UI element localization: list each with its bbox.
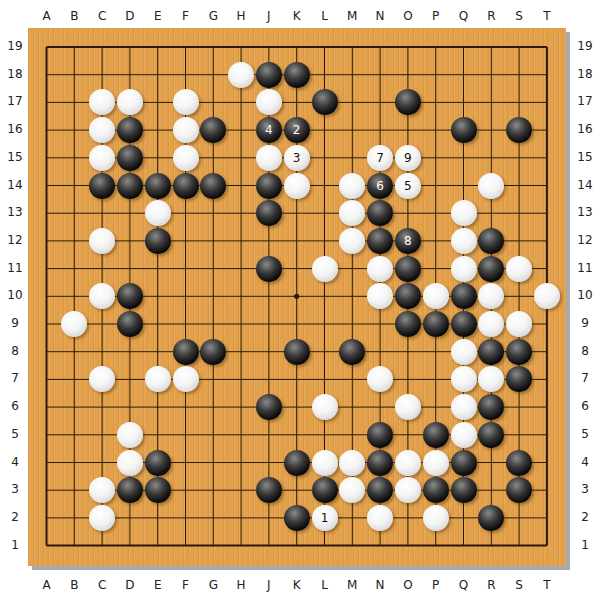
column-label-top: K — [285, 9, 309, 24]
stone-white[interactable] — [228, 62, 254, 88]
stone-white[interactable] — [173, 117, 199, 143]
stone-black[interactable] — [117, 311, 143, 337]
stone-black[interactable] — [506, 450, 532, 476]
stone-black[interactable] — [451, 450, 477, 476]
stone-white[interactable] — [451, 366, 477, 392]
row-label-right: 7 — [573, 371, 597, 386]
stone-white[interactable]: 5 — [395, 173, 421, 199]
column-label-bottom: R — [479, 578, 503, 593]
stone-black[interactable] — [145, 173, 171, 199]
column-label-top: R — [479, 9, 503, 24]
move-number: 7 — [367, 145, 393, 171]
row-label-left: 8 — [3, 344, 27, 359]
stone-white[interactable] — [506, 256, 532, 282]
stone-black[interactable] — [89, 173, 115, 199]
row-label-right: 10 — [573, 288, 597, 303]
column-label-bottom: S — [507, 578, 531, 593]
stone-black[interactable] — [256, 394, 282, 420]
stone-white[interactable] — [395, 477, 421, 503]
column-label-bottom: G — [201, 578, 225, 593]
row-label-right: 19 — [573, 39, 597, 54]
stone-black[interactable] — [312, 477, 338, 503]
stone-black[interactable] — [451, 311, 477, 337]
move-number: 4 — [256, 117, 282, 143]
stone-white[interactable] — [284, 173, 310, 199]
row-label-left: 14 — [3, 178, 27, 193]
column-label-top: F — [174, 9, 198, 24]
stone-white[interactable] — [117, 450, 143, 476]
stone-black[interactable] — [478, 422, 504, 448]
column-label-top: Q — [452, 9, 476, 24]
row-label-left: 19 — [3, 39, 27, 54]
stone-black[interactable] — [256, 256, 282, 282]
stone-black[interactable] — [367, 422, 393, 448]
stone-black[interactable] — [117, 477, 143, 503]
column-label-top: N — [368, 9, 392, 24]
row-label-left: 10 — [3, 288, 27, 303]
column-label-bottom: K — [285, 578, 309, 593]
row-label-left: 13 — [3, 205, 27, 220]
column-label-top: G — [201, 9, 225, 24]
row-label-right: 15 — [573, 150, 597, 165]
stone-black[interactable] — [117, 283, 143, 309]
row-label-right: 12 — [573, 233, 597, 248]
column-label-bottom: J — [257, 578, 281, 593]
row-label-right: 13 — [573, 205, 597, 220]
row-label-left: 6 — [3, 399, 27, 414]
move-number: 5 — [395, 173, 421, 199]
stone-white[interactable] — [451, 256, 477, 282]
stone-black[interactable] — [145, 228, 171, 254]
row-label-right: 2 — [573, 510, 597, 525]
column-label-bottom: N — [368, 578, 392, 593]
stone-white[interactable] — [312, 394, 338, 420]
stone-black[interactable] — [478, 339, 504, 365]
stone-black[interactable] — [506, 117, 532, 143]
stone-black[interactable] — [451, 477, 477, 503]
move-number: 3 — [284, 145, 310, 171]
stone-black[interactable]: 8 — [395, 228, 421, 254]
stone-black[interactable] — [506, 339, 532, 365]
stone-white[interactable] — [423, 505, 449, 531]
stone-white[interactable] — [367, 505, 393, 531]
move-number: 1 — [312, 505, 338, 531]
stone-black[interactable] — [284, 62, 310, 88]
row-label-right: 4 — [573, 455, 597, 470]
row-label-left: 2 — [3, 510, 27, 525]
column-label-bottom: T — [535, 578, 559, 593]
row-label-left: 3 — [3, 482, 27, 497]
stone-black[interactable] — [173, 339, 199, 365]
stone-white[interactable] — [451, 339, 477, 365]
row-label-right: 6 — [573, 399, 597, 414]
move-number: 6 — [367, 173, 393, 199]
column-label-top: P — [424, 9, 448, 24]
row-label-left: 11 — [3, 261, 27, 276]
column-label-top: O — [396, 9, 420, 24]
stone-white[interactable] — [173, 89, 199, 115]
row-label-right: 11 — [573, 261, 597, 276]
stone-black[interactable] — [478, 228, 504, 254]
stone-black[interactable]: 4 — [256, 117, 282, 143]
column-label-bottom: Q — [452, 578, 476, 593]
stone-white[interactable] — [173, 366, 199, 392]
stone-white[interactable]: 1 — [312, 505, 338, 531]
stone-white[interactable] — [395, 450, 421, 476]
stone-black[interactable] — [284, 339, 310, 365]
stone-white[interactable] — [89, 505, 115, 531]
stone-black[interactable] — [478, 505, 504, 531]
stone-black[interactable] — [284, 450, 310, 476]
row-label-right: 9 — [573, 316, 597, 331]
row-label-left: 7 — [3, 371, 27, 386]
column-label-bottom: L — [313, 578, 337, 593]
stone-black[interactable] — [423, 422, 449, 448]
stone-black[interactable] — [145, 450, 171, 476]
stone-white[interactable] — [451, 228, 477, 254]
stone-white[interactable] — [339, 228, 365, 254]
column-label-bottom: M — [340, 578, 364, 593]
row-label-left: 9 — [3, 316, 27, 331]
row-label-right: 5 — [573, 427, 597, 442]
column-label-bottom: B — [62, 578, 86, 593]
stone-black[interactable] — [256, 200, 282, 226]
stone-white[interactable] — [367, 256, 393, 282]
stone-black[interactable] — [423, 311, 449, 337]
row-label-left: 16 — [3, 122, 27, 137]
row-label-right: 17 — [573, 94, 597, 109]
stone-black[interactable] — [256, 477, 282, 503]
stone-black[interactable] — [423, 477, 449, 503]
stone-white[interactable] — [534, 283, 560, 309]
go-diagram: AABBCCDDEEFFGGHHJJKKLLMMNNOOPPQQRRSSTT19… — [0, 0, 600, 600]
stone-white[interactable] — [89, 117, 115, 143]
stone-white[interactable] — [423, 450, 449, 476]
stone-black[interactable] — [395, 311, 421, 337]
column-label-bottom: C — [90, 578, 114, 593]
move-number: 2 — [284, 117, 310, 143]
stone-black[interactable] — [173, 173, 199, 199]
row-label-left: 17 — [3, 94, 27, 109]
stone-black[interactable] — [117, 173, 143, 199]
stone-black[interactable] — [312, 89, 338, 115]
stone-black[interactable] — [256, 62, 282, 88]
column-label-top: L — [313, 9, 337, 24]
column-label-top: E — [146, 9, 170, 24]
stone-white[interactable] — [451, 422, 477, 448]
stone-white[interactable] — [312, 256, 338, 282]
stone-black[interactable] — [395, 256, 421, 282]
move-number: 9 — [395, 145, 421, 171]
stone-black[interactable] — [451, 117, 477, 143]
column-label-top: S — [507, 9, 531, 24]
stone-white[interactable] — [312, 450, 338, 476]
row-label-left: 18 — [3, 67, 27, 82]
stone-white[interactable] — [145, 200, 171, 226]
stone-black[interactable] — [145, 477, 171, 503]
column-label-bottom: O — [396, 578, 420, 593]
column-label-top: H — [229, 9, 253, 24]
column-label-top: T — [535, 9, 559, 24]
stone-black[interactable]: 2 — [284, 117, 310, 143]
column-label-top: M — [340, 9, 364, 24]
column-label-top: B — [62, 9, 86, 24]
stone-white[interactable]: 7 — [367, 145, 393, 171]
stone-black[interactable] — [395, 283, 421, 309]
row-label-right: 3 — [573, 482, 597, 497]
stone-black[interactable] — [451, 283, 477, 309]
column-label-bottom: F — [174, 578, 198, 593]
stone-white[interactable] — [256, 145, 282, 171]
row-label-left: 12 — [3, 233, 27, 248]
stone-black[interactable] — [117, 117, 143, 143]
stone-black[interactable] — [339, 339, 365, 365]
stone-black[interactable] — [200, 173, 226, 199]
column-label-top: A — [35, 9, 59, 24]
row-label-right: 8 — [573, 344, 597, 359]
column-label-top: J — [257, 9, 281, 24]
row-label-left: 4 — [3, 455, 27, 470]
row-label-right: 14 — [573, 178, 597, 193]
stone-white[interactable]: 9 — [395, 145, 421, 171]
stone-white[interactable] — [339, 173, 365, 199]
stone-white[interactable] — [451, 200, 477, 226]
stone-black[interactable]: 6 — [367, 173, 393, 199]
stone-black[interactable] — [478, 256, 504, 282]
stone-black[interactable] — [284, 505, 310, 531]
stone-white[interactable] — [506, 311, 532, 337]
stone-white[interactable] — [89, 228, 115, 254]
stone-black[interactable] — [367, 450, 393, 476]
row-label-left: 5 — [3, 427, 27, 442]
stone-black[interactable] — [117, 145, 143, 171]
row-label-right: 1 — [573, 538, 597, 553]
column-label-bottom: D — [118, 578, 142, 593]
stone-white[interactable] — [451, 394, 477, 420]
stone-white[interactable] — [395, 394, 421, 420]
row-label-left: 1 — [3, 538, 27, 553]
stone-white[interactable] — [117, 422, 143, 448]
column-label-bottom: A — [35, 578, 59, 593]
column-label-top: D — [118, 9, 142, 24]
stone-white[interactable] — [423, 283, 449, 309]
stone-black[interactable] — [200, 339, 226, 365]
column-label-bottom: E — [146, 578, 170, 593]
row-label-right: 18 — [573, 67, 597, 82]
stone-white[interactable] — [173, 145, 199, 171]
stone-white[interactable] — [89, 145, 115, 171]
row-label-left: 15 — [3, 150, 27, 165]
move-number: 8 — [395, 228, 421, 254]
row-label-right: 16 — [573, 122, 597, 137]
stone-black[interactable] — [367, 228, 393, 254]
stone-white[interactable] — [478, 173, 504, 199]
column-label-bottom: P — [424, 578, 448, 593]
column-label-bottom: H — [229, 578, 253, 593]
stone-white[interactable] — [339, 450, 365, 476]
stone-black[interactable] — [256, 173, 282, 199]
column-label-top: C — [90, 9, 114, 24]
stone-white[interactable] — [145, 366, 171, 392]
stone-white[interactable]: 3 — [284, 145, 310, 171]
star-point — [294, 294, 299, 299]
